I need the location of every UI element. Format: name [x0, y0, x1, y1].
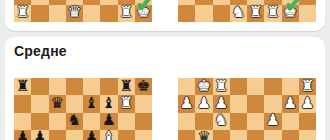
board-square: ♟ — [195, 95, 212, 112]
white-chess-piece: ♜ — [119, 5, 133, 21]
white-chess-piece: ♚ — [197, 78, 211, 94]
board-square: ♜ — [213, 78, 230, 95]
board-square — [83, 5, 100, 22]
board-square — [135, 130, 152, 140]
black-chess-piece: ♟ — [85, 130, 99, 140]
chess-board-grid: ♜♜♚♛♝♝♜♞♟♟♟♟♝ — [14, 78, 152, 140]
board-square — [213, 130, 230, 140]
board-square: ♟ — [264, 113, 281, 130]
board-square: ♜ — [14, 78, 31, 95]
board-square — [49, 130, 66, 140]
board-square — [247, 130, 264, 140]
black-chess-piece: ♚ — [136, 78, 150, 94]
board-square: ♟ — [299, 95, 316, 112]
board-square — [83, 78, 100, 95]
black-chess-piece: ♞ — [67, 113, 81, 129]
board-square — [299, 130, 316, 140]
medium-puzzle-board-1[interactable]: ♜♜♚♛♝♝♜♞♟♟♟♟♝ — [14, 78, 152, 140]
black-chess-piece: ♟ — [33, 0, 47, 3]
board-square — [49, 113, 66, 130]
white-chess-piece: ♟ — [214, 96, 228, 112]
chess-board-grid: ♟♟♜♛♜♚ — [14, 0, 152, 22]
medium-puzzle-board-2[interactable]: ♚♜♜♟♟♟♟♟♞♟♛ — [178, 78, 316, 140]
board-square — [118, 130, 135, 140]
board-square — [213, 5, 230, 22]
black-chess-piece: ♛ — [50, 96, 64, 112]
black-chess-piece: ♝ — [102, 96, 116, 112]
white-chess-piece: ♜ — [214, 78, 228, 94]
board-square — [230, 113, 247, 130]
board-square — [282, 113, 299, 130]
white-chess-piece: ♛ — [67, 5, 81, 21]
board-square — [31, 113, 48, 130]
board-square: ♟ — [213, 95, 230, 112]
board-square: ♜ — [247, 5, 264, 22]
board-square — [195, 113, 212, 130]
board-square — [14, 113, 31, 130]
section-title-medium: Средне — [14, 43, 67, 59]
board-square — [230, 95, 247, 112]
board-square — [178, 113, 195, 130]
black-chess-piece: ♟ — [197, 0, 211, 3]
board-square — [118, 113, 135, 130]
board-square: ♞ — [230, 5, 247, 22]
solved-puzzle-board-1[interactable]: ♟♟♜♛♜♚ — [14, 0, 152, 22]
board-square — [178, 130, 195, 140]
board-square: ♟ — [282, 95, 299, 112]
black-chess-piece: ♟ — [33, 130, 47, 140]
black-chess-piece: ♜ — [16, 78, 30, 94]
board-square — [195, 5, 212, 22]
black-chess-piece: ♟ — [180, 0, 194, 3]
board-square: ♞ — [66, 113, 83, 130]
white-chess-piece: ♟ — [180, 96, 194, 112]
board-square — [66, 95, 83, 112]
chess-board-grid: ♚♜♜♟♟♟♟♟♞♟♛ — [178, 78, 316, 140]
board-square — [264, 78, 281, 95]
white-chess-piece: ♜ — [249, 5, 263, 21]
white-chess-piece: ♟ — [283, 96, 297, 112]
board-square — [230, 78, 247, 95]
board-square — [247, 78, 264, 95]
board-square: ♚ — [135, 78, 152, 95]
board-square: ♟ — [83, 130, 100, 140]
board-square — [282, 78, 299, 95]
board-square: ♜ — [118, 5, 135, 22]
board-square — [31, 5, 48, 22]
board-square: ♟ — [100, 113, 117, 130]
white-chess-piece: ♟ — [300, 96, 314, 112]
black-chess-piece: ♜ — [119, 78, 133, 94]
board-square — [100, 78, 117, 95]
board-square — [66, 78, 83, 95]
board-square: ♝ — [100, 95, 117, 112]
board-square — [264, 130, 281, 140]
white-chess-piece: ♜ — [300, 78, 314, 94]
board-square: ♝ — [100, 130, 117, 140]
white-chess-piece: ♟ — [197, 96, 211, 112]
board-square: ♜ — [118, 95, 135, 112]
board-square — [178, 78, 195, 95]
board-square: ♝ — [83, 95, 100, 112]
board-square — [282, 130, 299, 140]
board-square: ♛ — [195, 130, 212, 140]
black-chess-piece: ♟ — [16, 130, 30, 140]
puzzle-list-screen: Средне ♟♟♜♛♜♚ ♟♟♞♜♜♚ ♜♜♚♛♝♝♜♞♟♟♟♟♝ ♚♜♜♟♟… — [0, 0, 330, 140]
board-square: ♜ — [299, 78, 316, 95]
board-square — [135, 95, 152, 112]
board-square — [247, 113, 264, 130]
black-chess-piece: ♛ — [197, 130, 211, 140]
board-square: ♜ — [14, 5, 31, 22]
board-square: ♟ — [178, 95, 195, 112]
board-square: ♟ — [31, 130, 48, 140]
board-square — [247, 95, 264, 112]
white-chess-piece: ♞ — [214, 113, 228, 129]
board-square: ♚ — [195, 78, 212, 95]
white-chess-piece: ♜ — [16, 5, 30, 21]
board-square — [135, 113, 152, 130]
board-square: ♟ — [14, 130, 31, 140]
board-square — [31, 95, 48, 112]
black-chess-piece: ♝ — [85, 96, 99, 112]
board-square — [100, 5, 117, 22]
board-square: ♜ — [264, 5, 281, 22]
board-square — [178, 5, 195, 22]
black-chess-piece: ♟ — [102, 0, 116, 3]
white-chess-piece: ♜ — [266, 5, 280, 21]
black-chess-piece: ♟ — [102, 113, 116, 129]
board-square — [31, 78, 48, 95]
solved-check-icon: ✔ — [284, 0, 303, 16]
board-square — [49, 78, 66, 95]
board-square — [49, 5, 66, 22]
board-square — [230, 130, 247, 140]
board-square — [83, 113, 100, 130]
white-chess-piece: ♜ — [119, 96, 133, 112]
solved-check-icon: ✔ — [135, 0, 154, 16]
board-square: ♛ — [49, 95, 66, 112]
board-square: ♛ — [66, 5, 83, 22]
board-square: ♜ — [118, 78, 135, 95]
board-square — [14, 95, 31, 112]
board-square — [264, 95, 281, 112]
board-square — [66, 130, 83, 140]
white-chess-piece: ♞ — [231, 5, 245, 21]
board-square — [299, 113, 316, 130]
white-chess-piece: ♟ — [266, 113, 280, 129]
board-square: ♞ — [213, 113, 230, 130]
white-chess-piece: ♝ — [102, 130, 116, 140]
